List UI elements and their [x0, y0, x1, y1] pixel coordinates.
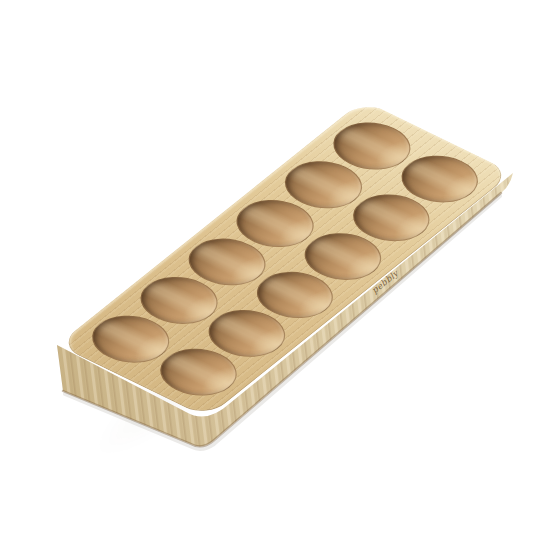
- board-photo-scene: pebbly: [0, 0, 560, 560]
